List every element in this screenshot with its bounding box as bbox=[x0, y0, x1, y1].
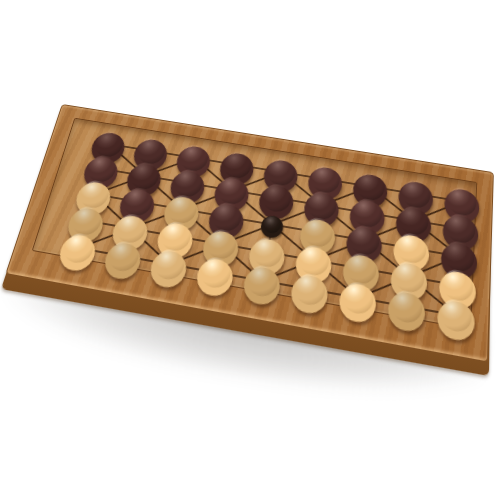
intersection-3-5[interactable]: ● bbox=[143, 246, 196, 283]
piece-sheen bbox=[151, 247, 187, 282]
intersection-8-5[interactable]: ● bbox=[381, 287, 432, 326]
piece-light[interactable]: ● bbox=[290, 269, 329, 310]
product-photo-scene: ●●●●●●●●●●●●●●●●●●●●●●●●●●●●●●●●●●●●●●●●… bbox=[0, 0, 500, 500]
intersection-5-5[interactable]: ● bbox=[236, 262, 288, 300]
piece-sheen bbox=[60, 231, 96, 265]
piece-light[interactable]: ● bbox=[437, 295, 474, 337]
piece-light[interactable]: ● bbox=[58, 229, 99, 267]
piece-sheen bbox=[440, 297, 473, 334]
piece-sheen bbox=[106, 239, 142, 273]
piece-sheen bbox=[245, 263, 280, 298]
piece-light[interactable]: ● bbox=[149, 245, 189, 284]
intersection-1-5[interactable]: ● bbox=[52, 230, 105, 266]
intersection-4-5[interactable]: ● bbox=[189, 254, 241, 291]
piece-light[interactable]: ● bbox=[243, 261, 282, 301]
intersection-9-5[interactable]: ● bbox=[430, 296, 481, 335]
piece-sheen bbox=[341, 280, 375, 316]
piece-light[interactable]: ● bbox=[103, 237, 144, 276]
piece-sheen bbox=[198, 255, 233, 290]
intersection-7-5[interactable]: ● bbox=[332, 279, 384, 317]
intersection-2-5[interactable]: ● bbox=[97, 238, 150, 274]
piece-sheen bbox=[293, 272, 327, 308]
piece-light[interactable]: ● bbox=[388, 286, 426, 328]
intersection-6-5[interactable]: ● bbox=[284, 270, 336, 308]
piece-light[interactable]: ● bbox=[339, 278, 377, 319]
piece-light[interactable]: ● bbox=[196, 253, 236, 293]
piece-sheen bbox=[390, 288, 423, 325]
